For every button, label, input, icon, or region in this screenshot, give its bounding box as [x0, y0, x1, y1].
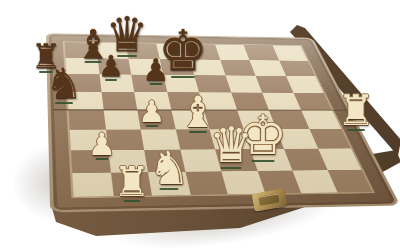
piece-white-pawn-d3: ♟: [139, 97, 166, 127]
brass-latch-keeper: [258, 193, 279, 205]
piece-white-knight-c1: ♞: [148, 145, 189, 191]
piece-white-rook-h2: ♜: [337, 90, 375, 132]
piece-white-rook-b1: ♜: [114, 162, 151, 203]
square-b5: [101, 92, 137, 110]
piece-black-pawn-b5: ♟: [98, 52, 124, 81]
piece-black-knight-a5: ♞: [45, 63, 83, 105]
square-a1: [72, 172, 113, 196]
product-photo-chess-set: ♜♝♛♞♟♟♚♟♜♞♟♝♛♚♜: [0, 0, 400, 250]
piece-black-pawn-c5: ♟: [143, 55, 170, 85]
piece-white-queen-e1: ♛: [209, 121, 253, 170]
piece-white-pawn-a2: ♟: [88, 129, 116, 160]
